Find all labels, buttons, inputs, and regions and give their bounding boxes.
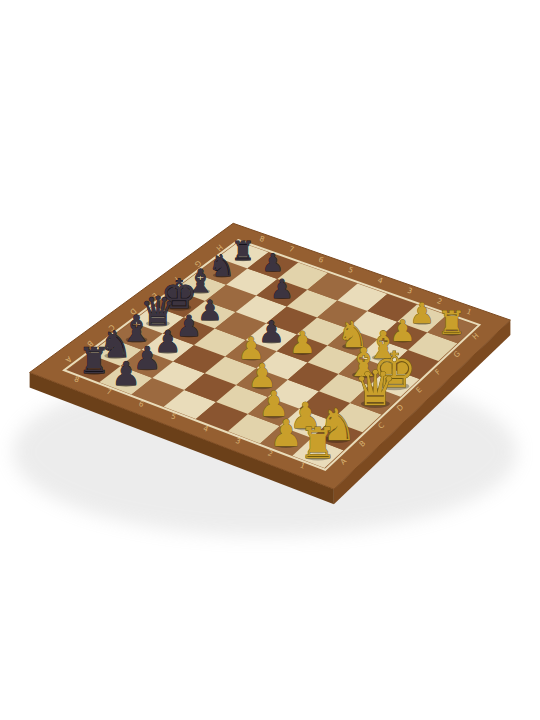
black-pawn-g6: ♟ xyxy=(270,274,293,304)
black-pawn-h7: ♟ xyxy=(262,249,284,277)
black-rook-a8: ♜ xyxy=(78,340,110,381)
white-rook-a1: ♜ xyxy=(299,419,337,468)
product-photo-canvas: 1A1A2B2B3C3C4D4D5E5E6F6F7G7G8H8H♜♟♞♝♟♚♟♟… xyxy=(0,0,540,720)
black-pawn-a7: ♟ xyxy=(111,355,140,393)
white-rook-h1: ♜ xyxy=(438,304,467,342)
chessboard-photo: 1A1A2B2B3C3C4D4D5E5E6F6F7G7G8H8H♜♟♞♝♟♚♟♟… xyxy=(0,0,540,720)
white-queen-d1: ♛ xyxy=(354,360,397,416)
white-pawn-e4: ♟ xyxy=(289,325,316,360)
white-pawn-a2: ♟ xyxy=(269,412,302,455)
